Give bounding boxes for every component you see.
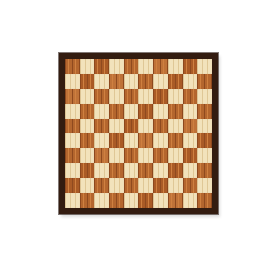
board-square (124, 163, 139, 178)
board-square (109, 104, 124, 119)
board-square (124, 148, 139, 163)
board-square (94, 133, 109, 148)
board-square (138, 193, 153, 208)
board-square (168, 74, 183, 89)
board-square (80, 133, 95, 148)
board-square (94, 104, 109, 119)
board-square (197, 178, 212, 193)
board-square (109, 163, 124, 178)
board-square (80, 193, 95, 208)
board-square (183, 193, 198, 208)
board-square (124, 193, 139, 208)
board-square (183, 148, 198, 163)
board-square (124, 104, 139, 119)
board-square (168, 163, 183, 178)
board-square (65, 104, 80, 119)
board-square (65, 193, 80, 208)
board-square (168, 104, 183, 119)
board-square (109, 89, 124, 104)
board-square (197, 133, 212, 148)
board-square (124, 74, 139, 89)
board-square (124, 119, 139, 134)
draughts-board (59, 53, 218, 214)
board-square (153, 104, 168, 119)
board-square (94, 89, 109, 104)
board-square (80, 119, 95, 134)
board-grid (65, 59, 212, 208)
board-square (109, 148, 124, 163)
board-square (80, 148, 95, 163)
board-square (109, 59, 124, 74)
board-square (80, 104, 95, 119)
board-square (65, 119, 80, 134)
board-square (168, 178, 183, 193)
board-square (109, 133, 124, 148)
board-square (124, 178, 139, 193)
board-square (94, 193, 109, 208)
product-photo (0, 0, 280, 280)
board-square (138, 74, 153, 89)
board-square (94, 59, 109, 74)
board-square (124, 89, 139, 104)
board-square (109, 119, 124, 134)
board-square (109, 193, 124, 208)
board-square (138, 133, 153, 148)
board-square (80, 74, 95, 89)
board-square (197, 193, 212, 208)
board-square (153, 133, 168, 148)
board-square (197, 59, 212, 74)
board-square (197, 163, 212, 178)
board-square (183, 119, 198, 134)
board-square (94, 178, 109, 193)
board-square (138, 89, 153, 104)
board-square (183, 163, 198, 178)
board-square (197, 119, 212, 134)
board-square (124, 59, 139, 74)
board-square (168, 133, 183, 148)
board-square (168, 119, 183, 134)
board-square (94, 163, 109, 178)
board-square (65, 163, 80, 178)
board-square (65, 178, 80, 193)
board-square (65, 148, 80, 163)
board-square (183, 74, 198, 89)
board-square (183, 89, 198, 104)
board-square (153, 119, 168, 134)
board-square (94, 74, 109, 89)
board-square (94, 119, 109, 134)
board-square (153, 163, 168, 178)
board-square (197, 148, 212, 163)
board-square (109, 74, 124, 89)
board-square (94, 148, 109, 163)
board-square (183, 178, 198, 193)
board-square (80, 59, 95, 74)
board-square (183, 104, 198, 119)
board-square (153, 148, 168, 163)
board-square (197, 89, 212, 104)
board-square (80, 178, 95, 193)
board-square (65, 89, 80, 104)
board-square (168, 59, 183, 74)
board-square (138, 119, 153, 134)
board-square (138, 178, 153, 193)
board-square (183, 133, 198, 148)
board-square (138, 148, 153, 163)
board-square (124, 133, 139, 148)
board-square (138, 59, 153, 74)
board-square (80, 163, 95, 178)
board-square (65, 59, 80, 74)
board-square (153, 178, 168, 193)
board-square (80, 89, 95, 104)
board-square (138, 163, 153, 178)
board-square (197, 74, 212, 89)
board-square (109, 178, 124, 193)
board-square (153, 193, 168, 208)
board-square (153, 74, 168, 89)
board-square (168, 193, 183, 208)
board-square (183, 59, 198, 74)
board-square (153, 59, 168, 74)
board-square (197, 104, 212, 119)
board-square (168, 148, 183, 163)
board-square (65, 133, 80, 148)
board-square (65, 74, 80, 89)
board-square (138, 104, 153, 119)
board-square (168, 89, 183, 104)
board-square (153, 89, 168, 104)
